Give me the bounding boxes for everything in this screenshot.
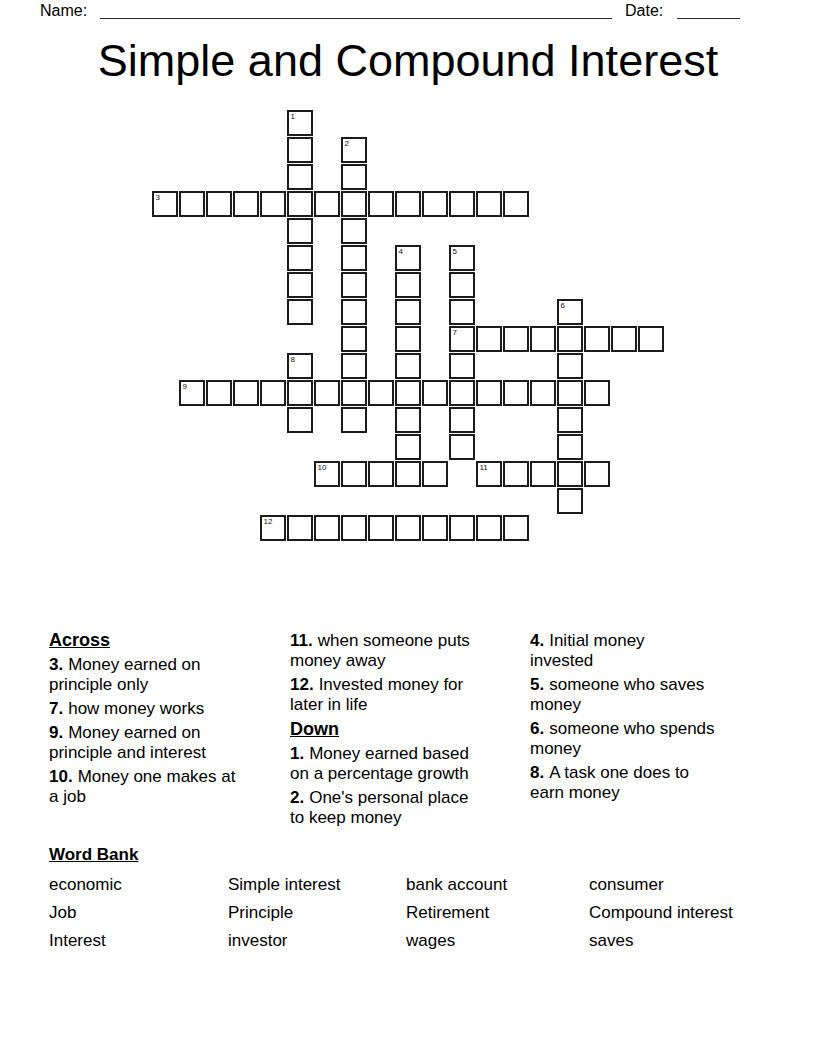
clue-text: how money works <box>68 699 204 718</box>
grid-cell-r15c12[interactable] <box>476 515 502 541</box>
grid-cell-r15c6[interactable] <box>314 515 340 541</box>
grid-cell-r9c11[interactable] <box>449 353 475 379</box>
grid-cell-r9c15[interactable] <box>557 353 583 379</box>
grid-cell-r13c16[interactable] <box>584 461 610 487</box>
clue-text: someone who saves <box>549 675 704 694</box>
grid-cell-r3c11[interactable] <box>449 191 475 217</box>
word-bank-entry: investor <box>228 931 406 951</box>
clue-across-7: 7.how money works <box>49 699 271 719</box>
grid-cell-r5c11[interactable]: 5 <box>449 245 475 271</box>
clue-text: earn money <box>530 783 780 803</box>
grid-cell-r3c10[interactable] <box>422 191 448 217</box>
grid-cell-r10c10[interactable] <box>422 380 448 406</box>
grid-cell-r12c11[interactable] <box>449 434 475 460</box>
date-fill-line[interactable] <box>677 18 740 19</box>
grid-cell-r3c4[interactable] <box>260 191 286 217</box>
word-bank-entry: Principle <box>228 903 406 923</box>
word-bank-entry: Retirement <box>406 903 589 923</box>
word-bank-entry: economic <box>49 875 228 895</box>
grid-cell-r8c15[interactable] <box>557 326 583 352</box>
cell-clue-number: 2 <box>345 139 349 148</box>
grid-cell-r12c9[interactable] <box>395 434 421 460</box>
cell-clue-number: 12 <box>264 517 273 526</box>
clue-across-12: 12.Invested money for later in life <box>290 675 515 715</box>
clue-down-8: 8.A task one does to earn money <box>530 763 780 803</box>
grid-cell-r7c5[interactable] <box>287 299 313 325</box>
clue-text: invested <box>530 651 780 671</box>
grid-cell-r15c10[interactable] <box>422 515 448 541</box>
clue-across-11: 11.when someone puts money away <box>290 631 515 671</box>
clue-number: 9. <box>49 723 63 742</box>
grid-cell-r11c7[interactable] <box>341 407 367 433</box>
grid-cell-r15c11[interactable] <box>449 515 475 541</box>
clue-text: A task one does to <box>549 763 689 782</box>
grid-cell-r3c13[interactable] <box>503 191 529 217</box>
grid-cell-r13c15[interactable] <box>557 461 583 487</box>
cell-clue-number: 4 <box>399 247 403 256</box>
grid-cell-r10c4[interactable] <box>260 380 286 406</box>
clue-text: later in life <box>290 695 515 715</box>
grid-cell-r6c11[interactable] <box>449 272 475 298</box>
grid-cell-r9c9[interactable] <box>395 353 421 379</box>
word-bank-entry: consumer <box>589 875 769 895</box>
clue-number: 3. <box>49 655 63 674</box>
grid-cell-r12c15[interactable] <box>557 434 583 460</box>
clue-number: 10. <box>49 767 73 786</box>
grid-cell-r10c11[interactable] <box>449 380 475 406</box>
clues-column-1: Across 3.Money earned on principle only … <box>49 629 271 807</box>
grid-cell-r15c13[interactable] <box>503 515 529 541</box>
grid-cell-r9c5[interactable]: 8 <box>287 353 313 379</box>
clues-column-2: 11.when someone puts money away 12.Inves… <box>290 631 515 828</box>
clue-text: One's personal place <box>309 788 468 807</box>
clue-number: 7. <box>49 699 63 718</box>
grid-cell-r13c6[interactable]: 10 <box>314 461 340 487</box>
grid-cell-r8c18[interactable] <box>638 326 664 352</box>
grid-cell-r8c9[interactable] <box>395 326 421 352</box>
clue-across-10: 10.Money one makes at a job <box>49 767 271 807</box>
clue-number: 12. <box>290 675 314 694</box>
clue-number: 8. <box>530 763 544 782</box>
cell-clue-number: 8 <box>291 355 295 364</box>
across-heading: Across <box>49 629 271 651</box>
clue-text: money away <box>290 651 515 671</box>
grid-cell-r3c0[interactable]: 3 <box>152 191 178 217</box>
grid-cell-r8c12[interactable] <box>476 326 502 352</box>
word-bank-heading: Word Bank <box>49 844 779 866</box>
grid-cell-r4c5[interactable] <box>287 218 313 244</box>
grid-cell-r7c9[interactable] <box>395 299 421 325</box>
grid-cell-r13c10[interactable] <box>422 461 448 487</box>
grid-cell-r3c5[interactable] <box>287 191 313 217</box>
name-label: Name: <box>40 1 87 20</box>
clue-text: principle only <box>49 675 271 695</box>
word-bank-entry: Job <box>49 903 228 923</box>
clue-number: 6. <box>530 719 544 738</box>
cell-clue-number: 11 <box>480 463 488 472</box>
clue-text: Money earned on <box>68 723 200 742</box>
clue-text: money <box>530 739 780 759</box>
grid-cell-r11c15[interactable] <box>557 407 583 433</box>
grid-cell-r14c15[interactable] <box>557 488 583 514</box>
grid-cell-r10c2[interactable] <box>206 380 232 406</box>
word-bank-entry: Simple interest <box>228 875 406 895</box>
clue-text: money <box>530 695 780 715</box>
down-heading: Down <box>290 718 515 740</box>
word-bank-grid: economic Simple interest bank account co… <box>49 875 779 951</box>
clue-text: Invested money for <box>319 675 464 694</box>
cell-clue-number: 3 <box>156 193 160 202</box>
clue-text: someone who spends <box>549 719 714 738</box>
clue-text: Money earned on <box>68 655 200 674</box>
grid-cell-r10c3[interactable] <box>233 380 259 406</box>
grid-cell-r10c14[interactable] <box>530 380 556 406</box>
grid-cell-r10c5[interactable] <box>287 380 313 406</box>
grid-cell-r11c9[interactable] <box>395 407 421 433</box>
grid-cell-r8c17[interactable] <box>611 326 637 352</box>
word-bank-entry: saves <box>589 931 769 951</box>
clue-down-5: 5.someone who saves money <box>530 675 780 715</box>
grid-cell-r13c13[interactable] <box>503 461 529 487</box>
grid-cell-r3c7[interactable] <box>341 191 367 217</box>
grid-cell-r9c7[interactable] <box>341 353 367 379</box>
grid-cell-r6c7[interactable] <box>341 272 367 298</box>
grid-cell-r8c13[interactable] <box>503 326 529 352</box>
grid-cell-r11c11[interactable] <box>449 407 475 433</box>
grid-cell-r10c12[interactable] <box>476 380 502 406</box>
clue-down-6: 6.someone who spends money <box>530 719 780 759</box>
name-fill-line[interactable] <box>100 18 612 19</box>
grid-cell-r8c16[interactable] <box>584 326 610 352</box>
grid-cell-r5c5[interactable] <box>287 245 313 271</box>
clue-text: principle and interest <box>49 743 271 763</box>
grid-cell-r15c7[interactable] <box>341 515 367 541</box>
clue-text: a job <box>49 787 271 807</box>
grid-cell-r13c14[interactable] <box>530 461 556 487</box>
clue-number: 11. <box>290 631 313 650</box>
clue-number: 4. <box>530 631 544 650</box>
grid-cell-r10c1[interactable]: 9 <box>179 380 205 406</box>
grid-cell-r3c6[interactable] <box>314 191 340 217</box>
word-bank-entry: Interest <box>49 931 228 951</box>
cell-clue-number: 1 <box>291 112 295 121</box>
page-title: Simple and Compound Interest <box>0 34 816 88</box>
cell-clue-number: 10 <box>318 463 327 472</box>
grid-cell-r10c7[interactable] <box>341 380 367 406</box>
grid-cell-r15c8[interactable] <box>368 515 394 541</box>
date-label: Date: <box>625 1 663 20</box>
clue-down-2: 2.One's personal place to keep money <box>290 788 515 828</box>
grid-cell-r3c9[interactable] <box>395 191 421 217</box>
clue-down-4: 4.Initial money invested <box>530 631 780 671</box>
cell-clue-number: 5 <box>453 247 457 256</box>
grid-cell-r8c14[interactable] <box>530 326 556 352</box>
grid-cell-r7c15[interactable]: 6 <box>557 299 583 325</box>
grid-cell-r8c7[interactable] <box>341 326 367 352</box>
grid-cell-r6c5[interactable] <box>287 272 313 298</box>
grid-cell-r13c7[interactable] <box>341 461 367 487</box>
clue-number: 1. <box>290 744 304 763</box>
grid-cell-r4c7[interactable] <box>341 218 367 244</box>
grid-cell-r5c9[interactable]: 4 <box>395 245 421 271</box>
grid-cell-r3c3[interactable] <box>233 191 259 217</box>
clue-across-9: 9.Money earned on principle and interest <box>49 723 271 763</box>
grid-cell-r15c5[interactable] <box>287 515 313 541</box>
clue-number: 5. <box>530 675 544 694</box>
grid-cell-r1c5[interactable] <box>287 137 313 163</box>
clue-text: Money one makes at <box>78 767 236 786</box>
grid-cell-r7c7[interactable] <box>341 299 367 325</box>
grid-cell-r10c16[interactable] <box>584 380 610 406</box>
grid-cell-r8c11[interactable]: 7 <box>449 326 475 352</box>
clue-text: when someone puts <box>318 631 470 650</box>
grid-cell-r11c5[interactable] <box>287 407 313 433</box>
grid-cell-r10c8[interactable] <box>368 380 394 406</box>
grid-cell-r7c11[interactable] <box>449 299 475 325</box>
clue-text: to keep money <box>290 808 515 828</box>
word-bank-entry: bank account <box>406 875 589 895</box>
grid-cell-r13c9[interactable] <box>395 461 421 487</box>
grid-cell-r3c12[interactable] <box>476 191 502 217</box>
word-bank: Word Bank economic Simple interest bank … <box>49 844 779 951</box>
crossword-grid: 123456789101112 <box>152 110 665 542</box>
clue-text: on a percentage growth <box>290 764 515 784</box>
grid-cell-r10c9[interactable] <box>395 380 421 406</box>
grid-cell-r2c7[interactable] <box>341 164 367 190</box>
grid-cell-r10c13[interactable] <box>503 380 529 406</box>
grid-cell-r5c7[interactable] <box>341 245 367 271</box>
grid-cell-r0c5[interactable]: 1 <box>287 110 313 136</box>
grid-cell-r13c12[interactable]: 11 <box>476 461 502 487</box>
clue-across-3: 3.Money earned on principle only <box>49 655 271 695</box>
word-bank-entry: Compound interest <box>589 903 769 923</box>
grid-cell-r10c15[interactable] <box>557 380 583 406</box>
grid-cell-r10c6[interactable] <box>314 380 340 406</box>
grid-cell-r13c8[interactable] <box>368 461 394 487</box>
word-bank-entry: wages <box>406 931 589 951</box>
grid-cell-r3c8[interactable] <box>368 191 394 217</box>
grid-cell-r2c5[interactable] <box>287 164 313 190</box>
grid-cell-r3c2[interactable] <box>206 191 232 217</box>
clue-text: Money earned based <box>309 744 469 763</box>
clue-number: 2. <box>290 788 304 807</box>
clue-down-1: 1.Money earned based on a percentage gro… <box>290 744 515 784</box>
clue-text: Initial money <box>549 631 644 650</box>
grid-cell-r6c9[interactable] <box>395 272 421 298</box>
cell-clue-number: 9 <box>183 382 187 391</box>
cell-clue-number: 6 <box>561 301 565 310</box>
grid-cell-r3c1[interactable] <box>179 191 205 217</box>
grid-cell-r15c9[interactable] <box>395 515 421 541</box>
clues-column-3: 4.Initial money invested 5.someone who s… <box>530 631 780 803</box>
grid-cell-r15c4[interactable]: 12 <box>260 515 286 541</box>
grid-cell-r1c7[interactable]: 2 <box>341 137 367 163</box>
cell-clue-number: 7 <box>453 328 457 337</box>
